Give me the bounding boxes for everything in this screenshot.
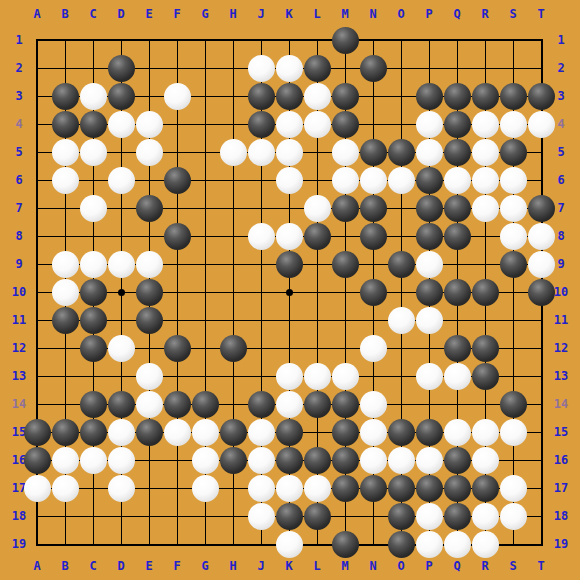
board-cell-L5[interactable] [303,138,331,166]
board-cell-F10[interactable] [163,278,191,306]
board-cell-A1[interactable] [23,26,51,54]
board-cell-O1[interactable] [387,26,415,54]
board-cell-E18[interactable] [135,502,163,530]
board-cell-J14[interactable] [247,390,275,418]
board-cell-N3[interactable] [359,82,387,110]
board-cell-R14[interactable] [471,390,499,418]
board-cell-K7[interactable] [275,194,303,222]
board-cell-E1[interactable] [135,26,163,54]
board-cell-J13[interactable] [247,362,275,390]
board-cell-K5[interactable] [275,138,303,166]
board-cell-D9[interactable] [107,250,135,278]
board-cell-L19[interactable] [303,530,331,558]
board-cell-L8[interactable] [303,222,331,250]
board-cell-M7[interactable] [331,194,359,222]
board-cell-C3[interactable] [79,82,107,110]
board-cell-F1[interactable] [163,26,191,54]
board-cell-J15[interactable] [247,418,275,446]
board-cell-E15[interactable] [135,418,163,446]
board-cell-Q13[interactable] [443,362,471,390]
board-cell-D11[interactable] [107,306,135,334]
board-cell-P3[interactable] [415,82,443,110]
board-cell-C6[interactable] [79,166,107,194]
board-cell-F5[interactable] [163,138,191,166]
board-cell-O5[interactable] [387,138,415,166]
board-cell-A6[interactable] [23,166,51,194]
board-cell-E5[interactable] [135,138,163,166]
board-cell-C17[interactable] [79,474,107,502]
board-cell-L4[interactable] [303,110,331,138]
board-cell-O13[interactable] [387,362,415,390]
board-cell-O16[interactable] [387,446,415,474]
board-cell-N4[interactable] [359,110,387,138]
board-cell-D14[interactable] [107,390,135,418]
board-cell-Q19[interactable] [443,530,471,558]
board-cell-L15[interactable] [303,418,331,446]
board-cell-J4[interactable] [247,110,275,138]
board-cell-D18[interactable] [107,502,135,530]
board-cell-Q17[interactable] [443,474,471,502]
board-cell-T10[interactable] [527,278,555,306]
board-cell-A19[interactable] [23,530,51,558]
board-cell-S14[interactable] [499,390,527,418]
board-cell-G6[interactable] [191,166,219,194]
board-cell-Q18[interactable] [443,502,471,530]
board-cell-G1[interactable] [191,26,219,54]
board-cell-H4[interactable] [219,110,247,138]
board-cell-F16[interactable] [163,446,191,474]
board-cell-C10[interactable] [79,278,107,306]
board-cell-C16[interactable] [79,446,107,474]
board-cell-E6[interactable] [135,166,163,194]
board-cell-O14[interactable] [387,390,415,418]
board-cell-B5[interactable] [51,138,79,166]
board-cell-J19[interactable] [247,530,275,558]
board-cell-F8[interactable] [163,222,191,250]
board-cell-T12[interactable] [527,334,555,362]
board-cell-O9[interactable] [387,250,415,278]
board-cell-P17[interactable] [415,474,443,502]
board-cell-J5[interactable] [247,138,275,166]
board-cell-Q10[interactable] [443,278,471,306]
board-cell-Q7[interactable] [443,194,471,222]
board-cell-L17[interactable] [303,474,331,502]
board-cell-P14[interactable] [415,390,443,418]
board-cell-D4[interactable] [107,110,135,138]
board-cell-B2[interactable] [51,54,79,82]
board-cell-N12[interactable] [359,334,387,362]
board-cell-R17[interactable] [471,474,499,502]
board-cell-A5[interactable] [23,138,51,166]
board-cell-L12[interactable] [303,334,331,362]
board-cell-J18[interactable] [247,502,275,530]
board-cell-B17[interactable] [51,474,79,502]
board-cell-G3[interactable] [191,82,219,110]
board-cell-A13[interactable] [23,362,51,390]
board-cell-L2[interactable] [303,54,331,82]
board-cell-A8[interactable] [23,222,51,250]
board-cell-B18[interactable] [51,502,79,530]
board-cell-F4[interactable] [163,110,191,138]
board-cell-R2[interactable] [471,54,499,82]
board-cell-H14[interactable] [219,390,247,418]
board-cell-P4[interactable] [415,110,443,138]
board-cell-R15[interactable] [471,418,499,446]
board-cell-H18[interactable] [219,502,247,530]
board-cell-N2[interactable] [359,54,387,82]
board-cell-H3[interactable] [219,82,247,110]
board-cell-N10[interactable] [359,278,387,306]
board-cell-H17[interactable] [219,474,247,502]
board-cell-M16[interactable] [331,446,359,474]
board-cell-T5[interactable] [527,138,555,166]
board-cell-F19[interactable] [163,530,191,558]
board-cell-M18[interactable] [331,502,359,530]
board-cell-K19[interactable] [275,530,303,558]
board-cell-P15[interactable] [415,418,443,446]
board-cell-Q3[interactable] [443,82,471,110]
board-cell-K14[interactable] [275,390,303,418]
board-cell-B3[interactable] [51,82,79,110]
board-cell-M17[interactable] [331,474,359,502]
board-cell-P19[interactable] [415,530,443,558]
board-cell-C11[interactable] [79,306,107,334]
board-cell-O7[interactable] [387,194,415,222]
board-cell-L14[interactable] [303,390,331,418]
board-cell-N9[interactable] [359,250,387,278]
board-cell-K4[interactable] [275,110,303,138]
board-cell-R19[interactable] [471,530,499,558]
board-cell-L11[interactable] [303,306,331,334]
board-cell-S5[interactable] [499,138,527,166]
board-cell-R18[interactable] [471,502,499,530]
board-cell-N11[interactable] [359,306,387,334]
board-cell-Q9[interactable] [443,250,471,278]
board-cell-J9[interactable] [247,250,275,278]
board-cell-H13[interactable] [219,362,247,390]
board-cell-T1[interactable] [527,26,555,54]
board-cell-J3[interactable] [247,82,275,110]
board-cell-F6[interactable] [163,166,191,194]
board-cell-G7[interactable] [191,194,219,222]
board-cell-S15[interactable] [499,418,527,446]
board-cell-T16[interactable] [527,446,555,474]
board-cell-N8[interactable] [359,222,387,250]
board-cell-O3[interactable] [387,82,415,110]
board-cell-R11[interactable] [471,306,499,334]
board-cell-G14[interactable] [191,390,219,418]
board-cell-R12[interactable] [471,334,499,362]
board-cell-D3[interactable] [107,82,135,110]
board-cell-K16[interactable] [275,446,303,474]
board-cell-G5[interactable] [191,138,219,166]
board-cell-H7[interactable] [219,194,247,222]
board-cell-L13[interactable] [303,362,331,390]
board-cell-H2[interactable] [219,54,247,82]
board-cell-C9[interactable] [79,250,107,278]
board-cell-H8[interactable] [219,222,247,250]
board-cell-O10[interactable] [387,278,415,306]
board-cell-R4[interactable] [471,110,499,138]
board-cell-K15[interactable] [275,418,303,446]
board-cell-A14[interactable] [23,390,51,418]
board-cell-D8[interactable] [107,222,135,250]
board-cell-B11[interactable] [51,306,79,334]
board-cell-G10[interactable] [191,278,219,306]
board-cell-G9[interactable] [191,250,219,278]
board-cell-H9[interactable] [219,250,247,278]
board-cell-T3[interactable] [527,82,555,110]
board-cell-P18[interactable] [415,502,443,530]
board-cell-D2[interactable] [107,54,135,82]
board-cell-M14[interactable] [331,390,359,418]
board-cell-B9[interactable] [51,250,79,278]
board-cell-P1[interactable] [415,26,443,54]
board-cell-F14[interactable] [163,390,191,418]
board-cell-Q6[interactable] [443,166,471,194]
board-cell-H15[interactable] [219,418,247,446]
board-cell-F11[interactable] [163,306,191,334]
board-cell-B12[interactable] [51,334,79,362]
board-cell-H12[interactable] [219,334,247,362]
board-cell-Q2[interactable] [443,54,471,82]
board-cell-P2[interactable] [415,54,443,82]
board-cell-E3[interactable] [135,82,163,110]
board-cell-C12[interactable] [79,334,107,362]
board-cell-J12[interactable] [247,334,275,362]
board-cell-N18[interactable] [359,502,387,530]
board-cell-L6[interactable] [303,166,331,194]
board-cell-H16[interactable] [219,446,247,474]
board-cell-J6[interactable] [247,166,275,194]
board-cell-K3[interactable] [275,82,303,110]
board-cell-N13[interactable] [359,362,387,390]
board-cell-R1[interactable] [471,26,499,54]
board-cell-J17[interactable] [247,474,275,502]
board-cell-S18[interactable] [499,502,527,530]
board-cell-K1[interactable] [275,26,303,54]
board-cell-K11[interactable] [275,306,303,334]
board-cell-A9[interactable] [23,250,51,278]
board-cell-M15[interactable] [331,418,359,446]
board-cell-R3[interactable] [471,82,499,110]
board-cell-H5[interactable] [219,138,247,166]
board-cell-S10[interactable] [499,278,527,306]
board-cell-O6[interactable] [387,166,415,194]
board-cell-B13[interactable] [51,362,79,390]
board-cell-P6[interactable] [415,166,443,194]
board-cell-G18[interactable] [191,502,219,530]
board-cell-T4[interactable] [527,110,555,138]
board-cell-T17[interactable] [527,474,555,502]
board-cell-T14[interactable] [527,390,555,418]
board-cell-O15[interactable] [387,418,415,446]
board-cell-B10[interactable] [51,278,79,306]
board-cell-H6[interactable] [219,166,247,194]
board-cell-Q16[interactable] [443,446,471,474]
board-cell-F7[interactable] [163,194,191,222]
board-cell-L18[interactable] [303,502,331,530]
board-cell-C4[interactable] [79,110,107,138]
board-cell-R16[interactable] [471,446,499,474]
board-cell-R8[interactable] [471,222,499,250]
board-cell-G11[interactable] [191,306,219,334]
board-cell-S11[interactable] [499,306,527,334]
board-cell-L7[interactable] [303,194,331,222]
board-cell-M6[interactable] [331,166,359,194]
board-cell-T11[interactable] [527,306,555,334]
board-cell-D5[interactable] [107,138,135,166]
board-cell-S3[interactable] [499,82,527,110]
board-cell-J11[interactable] [247,306,275,334]
board-cell-S19[interactable] [499,530,527,558]
board-cell-S12[interactable] [499,334,527,362]
board-cell-B4[interactable] [51,110,79,138]
board-cell-C5[interactable] [79,138,107,166]
board-cell-E12[interactable] [135,334,163,362]
board-cell-D15[interactable] [107,418,135,446]
board-cell-T18[interactable] [527,502,555,530]
board-cell-C8[interactable] [79,222,107,250]
board-cell-M19[interactable] [331,530,359,558]
board-cell-Q15[interactable] [443,418,471,446]
board-cell-F2[interactable] [163,54,191,82]
board-cell-E7[interactable] [135,194,163,222]
board-cell-J8[interactable] [247,222,275,250]
board-cell-F15[interactable] [163,418,191,446]
board-cell-G8[interactable] [191,222,219,250]
board-cell-E10[interactable] [135,278,163,306]
board-cell-O4[interactable] [387,110,415,138]
board-cell-G16[interactable] [191,446,219,474]
board-cell-H11[interactable] [219,306,247,334]
board-cell-M11[interactable] [331,306,359,334]
board-cell-C18[interactable] [79,502,107,530]
board-cell-G12[interactable] [191,334,219,362]
board-cell-P8[interactable] [415,222,443,250]
board-cell-G13[interactable] [191,362,219,390]
board-cell-O11[interactable] [387,306,415,334]
board-cell-K18[interactable] [275,502,303,530]
board-cell-O17[interactable] [387,474,415,502]
board-cell-L16[interactable] [303,446,331,474]
board-cell-H1[interactable] [219,26,247,54]
board-cell-O19[interactable] [387,530,415,558]
board-cell-T7[interactable] [527,194,555,222]
board-cell-L9[interactable] [303,250,331,278]
board-cell-S13[interactable] [499,362,527,390]
board-cell-N14[interactable] [359,390,387,418]
board-cell-H10[interactable] [219,278,247,306]
board-cell-H19[interactable] [219,530,247,558]
board-cell-C2[interactable] [79,54,107,82]
board-cell-D13[interactable] [107,362,135,390]
board-cell-N5[interactable] [359,138,387,166]
board-cell-S8[interactable] [499,222,527,250]
board-cell-J2[interactable] [247,54,275,82]
board-cell-D10[interactable] [107,278,135,306]
board-cell-P9[interactable] [415,250,443,278]
board-cell-P7[interactable] [415,194,443,222]
board-cell-D16[interactable] [107,446,135,474]
board-cell-G4[interactable] [191,110,219,138]
board-cell-N15[interactable] [359,418,387,446]
board-cell-D7[interactable] [107,194,135,222]
board-cell-Q5[interactable] [443,138,471,166]
board-cell-E14[interactable] [135,390,163,418]
board-cell-E9[interactable] [135,250,163,278]
board-cell-C13[interactable] [79,362,107,390]
board-cell-O8[interactable] [387,222,415,250]
board-cell-F3[interactable] [163,82,191,110]
board-cell-D19[interactable] [107,530,135,558]
board-cell-O2[interactable] [387,54,415,82]
board-cell-K10[interactable] [275,278,303,306]
board-cell-R7[interactable] [471,194,499,222]
board-cell-C19[interactable] [79,530,107,558]
board-cell-Q4[interactable] [443,110,471,138]
board-cell-T19[interactable] [527,530,555,558]
board-cell-D1[interactable] [107,26,135,54]
board-cell-L3[interactable] [303,82,331,110]
board-cell-P11[interactable] [415,306,443,334]
board-cell-K17[interactable] [275,474,303,502]
board-cell-K9[interactable] [275,250,303,278]
board-cell-N6[interactable] [359,166,387,194]
board-cell-A3[interactable] [23,82,51,110]
board-cell-M1[interactable] [331,26,359,54]
board-cell-K13[interactable] [275,362,303,390]
board-cell-F18[interactable] [163,502,191,530]
board-cell-T2[interactable] [527,54,555,82]
board-cell-B6[interactable] [51,166,79,194]
board-cell-M2[interactable] [331,54,359,82]
board-cell-O12[interactable] [387,334,415,362]
board-cell-A15[interactable] [23,418,51,446]
board-cell-B14[interactable] [51,390,79,418]
board-cell-D6[interactable] [107,166,135,194]
board-cell-G15[interactable] [191,418,219,446]
board-cell-B16[interactable] [51,446,79,474]
board-cell-M12[interactable] [331,334,359,362]
board-cell-N19[interactable] [359,530,387,558]
board-cell-E19[interactable] [135,530,163,558]
board-cell-E11[interactable] [135,306,163,334]
board-cell-A4[interactable] [23,110,51,138]
board-cell-S1[interactable] [499,26,527,54]
board-cell-T13[interactable] [527,362,555,390]
board-cell-Q11[interactable] [443,306,471,334]
board-cell-D12[interactable] [107,334,135,362]
board-cell-E2[interactable] [135,54,163,82]
board-cell-Q14[interactable] [443,390,471,418]
board-cell-R9[interactable] [471,250,499,278]
board-cell-T9[interactable] [527,250,555,278]
board-cell-K8[interactable] [275,222,303,250]
board-cell-S17[interactable] [499,474,527,502]
board-cell-N17[interactable] [359,474,387,502]
board-cell-B1[interactable] [51,26,79,54]
board-cell-E17[interactable] [135,474,163,502]
board-cell-M5[interactable] [331,138,359,166]
board-cell-S6[interactable] [499,166,527,194]
board-cell-A7[interactable] [23,194,51,222]
board-cell-J10[interactable] [247,278,275,306]
board-cell-K12[interactable] [275,334,303,362]
board-cell-R5[interactable] [471,138,499,166]
board-cell-L10[interactable] [303,278,331,306]
board-cell-S2[interactable] [499,54,527,82]
